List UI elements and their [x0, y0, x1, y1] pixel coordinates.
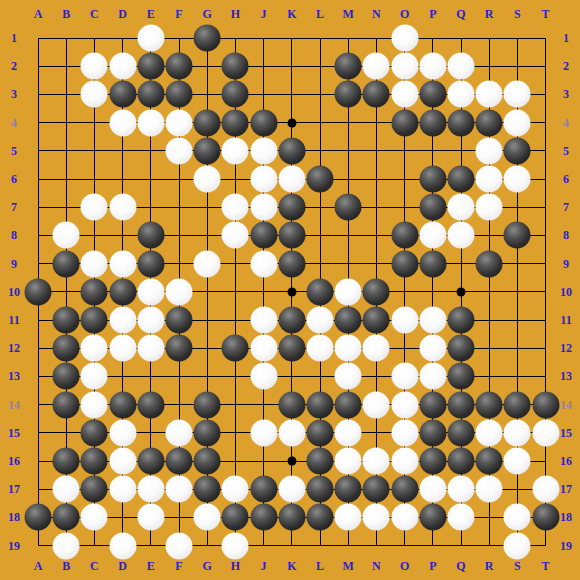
column-label-bottom-A: A: [34, 560, 43, 572]
black-stone-C17[interactable]: [81, 476, 108, 503]
white-stone-J13[interactable]: [250, 363, 277, 390]
white-stone-H8[interactable]: [222, 222, 249, 249]
row-label-left-18: 18: [8, 511, 20, 523]
row-label-left-15: 15: [8, 427, 20, 439]
black-stone-M2[interactable]: [335, 53, 362, 80]
black-stone-E8[interactable]: [137, 222, 164, 249]
row-label-left-4: 4: [11, 117, 17, 129]
hoshi-star-point: [287, 287, 296, 296]
column-label-top-R: R: [485, 8, 494, 20]
black-stone-O4[interactable]: [391, 109, 418, 136]
black-stone-P4[interactable]: [419, 109, 446, 136]
white-stone-G6[interactable]: [194, 166, 221, 193]
row-label-right-2: 2: [563, 60, 569, 72]
white-stone-C12[interactable]: [81, 335, 108, 362]
row-label-right-14: 14: [560, 399, 572, 411]
white-stone-T17[interactable]: [532, 476, 559, 503]
white-stone-P2[interactable]: [419, 53, 446, 80]
row-label-right-15: 15: [560, 427, 572, 439]
column-label-bottom-L: L: [316, 560, 324, 572]
black-stone-H3[interactable]: [222, 81, 249, 108]
row-label-right-5: 5: [563, 145, 569, 157]
column-label-top-S: S: [514, 8, 521, 20]
white-stone-E11[interactable]: [137, 307, 164, 334]
row-label-left-5: 5: [11, 145, 17, 157]
black-stone-H2[interactable]: [222, 53, 249, 80]
white-stone-D16[interactable]: [109, 448, 136, 475]
black-stone-B18[interactable]: [53, 504, 80, 531]
column-label-top-H: H: [231, 8, 240, 20]
black-stone-H12[interactable]: [222, 335, 249, 362]
black-stone-Q14[interactable]: [448, 391, 475, 418]
black-stone-C16[interactable]: [81, 448, 108, 475]
black-stone-G16[interactable]: [194, 448, 221, 475]
black-stone-P6[interactable]: [419, 166, 446, 193]
black-stone-R14[interactable]: [476, 391, 503, 418]
black-stone-O8[interactable]: [391, 222, 418, 249]
black-stone-E16[interactable]: [137, 448, 164, 475]
white-stone-B17[interactable]: [53, 476, 80, 503]
white-stone-F17[interactable]: [166, 476, 193, 503]
black-stone-F12[interactable]: [166, 335, 193, 362]
white-stone-R3[interactable]: [476, 81, 503, 108]
column-label-bottom-J: J: [261, 560, 267, 572]
black-stone-K8[interactable]: [278, 222, 305, 249]
white-stone-O14[interactable]: [391, 391, 418, 418]
column-label-top-F: F: [175, 8, 182, 20]
row-label-right-8: 8: [563, 229, 569, 241]
white-stone-R6[interactable]: [476, 166, 503, 193]
white-stone-R7[interactable]: [476, 194, 503, 221]
white-stone-M12[interactable]: [335, 335, 362, 362]
black-stone-D3[interactable]: [109, 81, 136, 108]
black-stone-Q6[interactable]: [448, 166, 475, 193]
column-label-bottom-C: C: [90, 560, 99, 572]
black-stone-G4[interactable]: [194, 109, 221, 136]
black-stone-M3[interactable]: [335, 81, 362, 108]
black-stone-Q4[interactable]: [448, 109, 475, 136]
white-stone-M15[interactable]: [335, 419, 362, 446]
black-stone-A18[interactable]: [25, 504, 52, 531]
white-stone-J6[interactable]: [250, 166, 277, 193]
black-stone-A10[interactable]: [25, 278, 52, 305]
row-label-right-11: 11: [560, 314, 571, 326]
white-stone-H19[interactable]: [222, 532, 249, 559]
white-stone-J15[interactable]: [250, 419, 277, 446]
row-label-right-16: 16: [560, 455, 572, 467]
column-label-bottom-Q: Q: [456, 560, 465, 572]
white-stone-D7[interactable]: [109, 194, 136, 221]
black-stone-G1[interactable]: [194, 25, 221, 52]
column-label-bottom-N: N: [372, 560, 381, 572]
column-label-bottom-T: T: [542, 560, 550, 572]
column-label-top-M: M: [343, 8, 354, 20]
white-stone-C3[interactable]: [81, 81, 108, 108]
white-stone-S18[interactable]: [504, 504, 531, 531]
white-stone-E18[interactable]: [137, 504, 164, 531]
row-label-left-16: 16: [8, 455, 20, 467]
black-stone-E9[interactable]: [137, 250, 164, 277]
white-stone-D4[interactable]: [109, 109, 136, 136]
white-stone-S16[interactable]: [504, 448, 531, 475]
row-label-left-19: 19: [8, 540, 20, 552]
white-stone-C13[interactable]: [81, 363, 108, 390]
white-stone-F19[interactable]: [166, 532, 193, 559]
column-label-bottom-D: D: [118, 560, 127, 572]
white-stone-R5[interactable]: [476, 137, 503, 164]
black-stone-R16[interactable]: [476, 448, 503, 475]
black-stone-C10[interactable]: [81, 278, 108, 305]
black-stone-K14[interactable]: [278, 391, 305, 418]
row-label-right-9: 9: [563, 258, 569, 270]
white-stone-L12[interactable]: [307, 335, 334, 362]
black-stone-C11[interactable]: [81, 307, 108, 334]
white-stone-F10[interactable]: [166, 278, 193, 305]
white-stone-D12[interactable]: [109, 335, 136, 362]
white-stone-O13[interactable]: [391, 363, 418, 390]
white-stone-Q2[interactable]: [448, 53, 475, 80]
black-stone-P9[interactable]: [419, 250, 446, 277]
black-stone-J4[interactable]: [250, 109, 277, 136]
white-stone-M16[interactable]: [335, 448, 362, 475]
white-stone-Q17[interactable]: [448, 476, 475, 503]
black-stone-S14[interactable]: [504, 391, 531, 418]
black-stone-Q13[interactable]: [448, 363, 475, 390]
black-stone-F3[interactable]: [166, 81, 193, 108]
white-stone-E4[interactable]: [137, 109, 164, 136]
black-stone-M14[interactable]: [335, 391, 362, 418]
white-stone-L11[interactable]: [307, 307, 334, 334]
row-label-right-1: 1: [563, 32, 569, 44]
column-label-bottom-E: E: [147, 560, 155, 572]
hoshi-star-point: [287, 457, 296, 466]
black-stone-L10[interactable]: [307, 278, 334, 305]
black-stone-N3[interactable]: [363, 81, 390, 108]
black-stone-L17[interactable]: [307, 476, 334, 503]
white-stone-E10[interactable]: [137, 278, 164, 305]
black-stone-G15[interactable]: [194, 419, 221, 446]
black-stone-Q15[interactable]: [448, 419, 475, 446]
go-board: AABBCCDDEEFFGGHHJJKKLLMMNNOOPPQQRRSSTT11…: [0, 0, 580, 580]
white-stone-H7[interactable]: [222, 194, 249, 221]
white-stone-P8[interactable]: [419, 222, 446, 249]
black-stone-N11[interactable]: [363, 307, 390, 334]
white-stone-B19[interactable]: [53, 532, 80, 559]
row-label-right-6: 6: [563, 173, 569, 185]
column-label-top-O: O: [400, 8, 409, 20]
white-stone-E17[interactable]: [137, 476, 164, 503]
white-stone-O11[interactable]: [391, 307, 418, 334]
row-label-left-9: 9: [11, 258, 17, 270]
black-stone-F16[interactable]: [166, 448, 193, 475]
black-stone-K9[interactable]: [278, 250, 305, 277]
column-label-top-B: B: [62, 8, 70, 20]
black-stone-B9[interactable]: [53, 250, 80, 277]
black-stone-S5[interactable]: [504, 137, 531, 164]
column-label-top-N: N: [372, 8, 381, 20]
white-stone-S4[interactable]: [504, 109, 531, 136]
white-stone-O16[interactable]: [391, 448, 418, 475]
white-stone-R15[interactable]: [476, 419, 503, 446]
black-stone-G5[interactable]: [194, 137, 221, 164]
row-label-left-14: 14: [8, 399, 20, 411]
hoshi-star-point: [287, 118, 296, 127]
white-stone-H17[interactable]: [222, 476, 249, 503]
column-label-bottom-G: G: [203, 560, 212, 572]
black-stone-B12[interactable]: [53, 335, 80, 362]
black-stone-M17[interactable]: [335, 476, 362, 503]
black-stone-J18[interactable]: [250, 504, 277, 531]
column-label-top-T: T: [542, 8, 550, 20]
black-stone-B14[interactable]: [53, 391, 80, 418]
hoshi-star-point: [457, 287, 466, 296]
white-stone-G9[interactable]: [194, 250, 221, 277]
black-stone-R9[interactable]: [476, 250, 503, 277]
white-stone-O15[interactable]: [391, 419, 418, 446]
row-label-right-17: 17: [560, 483, 572, 495]
white-stone-F5[interactable]: [166, 137, 193, 164]
white-stone-D19[interactable]: [109, 532, 136, 559]
row-label-left-12: 12: [8, 342, 20, 354]
column-label-top-J: J: [261, 8, 267, 20]
white-stone-O2[interactable]: [391, 53, 418, 80]
black-stone-K18[interactable]: [278, 504, 305, 531]
row-label-left-8: 8: [11, 229, 17, 241]
black-stone-F2[interactable]: [166, 53, 193, 80]
row-label-right-18: 18: [560, 511, 572, 523]
row-label-right-10: 10: [560, 286, 572, 298]
row-label-left-10: 10: [8, 286, 20, 298]
row-label-left-3: 3: [11, 88, 17, 100]
column-label-top-K: K: [287, 8, 296, 20]
row-label-right-19: 19: [560, 540, 572, 552]
white-stone-C9[interactable]: [81, 250, 108, 277]
white-stone-D17[interactable]: [109, 476, 136, 503]
white-stone-H5[interactable]: [222, 137, 249, 164]
black-stone-L16[interactable]: [307, 448, 334, 475]
white-stone-G18[interactable]: [194, 504, 221, 531]
black-stone-B13[interactable]: [53, 363, 80, 390]
white-stone-F15[interactable]: [166, 419, 193, 446]
column-label-top-Q: Q: [456, 8, 465, 20]
black-stone-L18[interactable]: [307, 504, 334, 531]
black-stone-E14[interactable]: [137, 391, 164, 418]
column-label-top-A: A: [34, 8, 43, 20]
column-label-top-C: C: [90, 8, 99, 20]
black-stone-F11[interactable]: [166, 307, 193, 334]
white-stone-J7[interactable]: [250, 194, 277, 221]
black-stone-K12[interactable]: [278, 335, 305, 362]
row-label-right-12: 12: [560, 342, 572, 354]
white-stone-S3[interactable]: [504, 81, 531, 108]
white-stone-D11[interactable]: [109, 307, 136, 334]
black-stone-E2[interactable]: [137, 53, 164, 80]
column-label-bottom-F: F: [175, 560, 182, 572]
column-label-bottom-S: S: [514, 560, 521, 572]
white-stone-J11[interactable]: [250, 307, 277, 334]
row-label-right-3: 3: [563, 88, 569, 100]
white-stone-B8[interactable]: [53, 222, 80, 249]
black-stone-M11[interactable]: [335, 307, 362, 334]
black-stone-K11[interactable]: [278, 307, 305, 334]
white-stone-S6[interactable]: [504, 166, 531, 193]
black-stone-Q16[interactable]: [448, 448, 475, 475]
white-stone-F4[interactable]: [166, 109, 193, 136]
column-label-bottom-K: K: [287, 560, 296, 572]
column-label-bottom-R: R: [485, 560, 494, 572]
row-label-left-1: 1: [11, 32, 17, 44]
column-label-bottom-B: B: [62, 560, 70, 572]
white-stone-S19[interactable]: [504, 532, 531, 559]
white-stone-N18[interactable]: [363, 504, 390, 531]
white-stone-Q8[interactable]: [448, 222, 475, 249]
black-stone-D14[interactable]: [109, 391, 136, 418]
white-stone-K15[interactable]: [278, 419, 305, 446]
white-stone-C2[interactable]: [81, 53, 108, 80]
black-stone-M7[interactable]: [335, 194, 362, 221]
row-label-left-2: 2: [11, 60, 17, 72]
black-stone-K7[interactable]: [278, 194, 305, 221]
black-stone-G14[interactable]: [194, 391, 221, 418]
white-stone-M18[interactable]: [335, 504, 362, 531]
black-stone-P14[interactable]: [419, 391, 446, 418]
black-stone-C15[interactable]: [81, 419, 108, 446]
white-stone-D15[interactable]: [109, 419, 136, 446]
white-stone-Q7[interactable]: [448, 194, 475, 221]
black-stone-H4[interactable]: [222, 109, 249, 136]
white-stone-P17[interactable]: [419, 476, 446, 503]
black-stone-H18[interactable]: [222, 504, 249, 531]
black-stone-E3[interactable]: [137, 81, 164, 108]
white-stone-K6[interactable]: [278, 166, 305, 193]
white-stone-J12[interactable]: [250, 335, 277, 362]
white-stone-E12[interactable]: [137, 335, 164, 362]
column-label-bottom-P: P: [429, 560, 436, 572]
white-stone-N2[interactable]: [363, 53, 390, 80]
white-stone-S15[interactable]: [504, 419, 531, 446]
white-stone-K17[interactable]: [278, 476, 305, 503]
black-stone-D10[interactable]: [109, 278, 136, 305]
black-stone-P18[interactable]: [419, 504, 446, 531]
column-label-top-P: P: [429, 8, 436, 20]
white-stone-C7[interactable]: [81, 194, 108, 221]
row-label-left-17: 17: [8, 483, 20, 495]
white-stone-D2[interactable]: [109, 53, 136, 80]
white-stone-Q18[interactable]: [448, 504, 475, 531]
black-stone-L14[interactable]: [307, 391, 334, 418]
white-stone-O1[interactable]: [391, 25, 418, 52]
row-label-left-6: 6: [11, 173, 17, 185]
column-label-top-L: L: [316, 8, 324, 20]
white-stone-P11[interactable]: [419, 307, 446, 334]
black-stone-P3[interactable]: [419, 81, 446, 108]
black-stone-Q12[interactable]: [448, 335, 475, 362]
white-stone-J9[interactable]: [250, 250, 277, 277]
black-stone-P7[interactable]: [419, 194, 446, 221]
white-stone-P13[interactable]: [419, 363, 446, 390]
black-stone-T14[interactable]: [532, 391, 559, 418]
black-stone-L6[interactable]: [307, 166, 334, 193]
white-stone-R17[interactable]: [476, 476, 503, 503]
black-stone-K5[interactable]: [278, 137, 305, 164]
column-label-top-E: E: [147, 8, 155, 20]
white-stone-J5[interactable]: [250, 137, 277, 164]
row-label-right-7: 7: [563, 201, 569, 213]
white-stone-E1[interactable]: [137, 25, 164, 52]
black-stone-R4[interactable]: [476, 109, 503, 136]
row-label-left-7: 7: [11, 201, 17, 213]
grid-line-vertical: [545, 38, 546, 547]
black-stone-N17[interactable]: [363, 476, 390, 503]
black-stone-P16[interactable]: [419, 448, 446, 475]
row-label-left-13: 13: [8, 370, 20, 382]
black-stone-Q11[interactable]: [448, 307, 475, 334]
black-stone-T18[interactable]: [532, 504, 559, 531]
column-label-bottom-H: H: [231, 560, 240, 572]
black-stone-S8[interactable]: [504, 222, 531, 249]
column-label-top-G: G: [203, 8, 212, 20]
white-stone-N12[interactable]: [363, 335, 390, 362]
black-stone-B11[interactable]: [53, 307, 80, 334]
white-stone-M13[interactable]: [335, 363, 362, 390]
column-label-bottom-M: M: [343, 560, 354, 572]
black-stone-O17[interactable]: [391, 476, 418, 503]
white-stone-N14[interactable]: [363, 391, 390, 418]
black-stone-O9[interactable]: [391, 250, 418, 277]
row-label-left-11: 11: [8, 314, 19, 326]
white-stone-M10[interactable]: [335, 278, 362, 305]
white-stone-O3[interactable]: [391, 81, 418, 108]
row-label-right-4: 4: [563, 117, 569, 129]
white-stone-N16[interactable]: [363, 448, 390, 475]
white-stone-P12[interactable]: [419, 335, 446, 362]
column-label-top-D: D: [118, 8, 127, 20]
black-stone-L15[interactable]: [307, 419, 334, 446]
white-stone-C18[interactable]: [81, 504, 108, 531]
white-stone-Q3[interactable]: [448, 81, 475, 108]
black-stone-G17[interactable]: [194, 476, 221, 503]
white-stone-O18[interactable]: [391, 504, 418, 531]
black-stone-P15[interactable]: [419, 419, 446, 446]
black-stone-B16[interactable]: [53, 448, 80, 475]
black-stone-J17[interactable]: [250, 476, 277, 503]
black-stone-J8[interactable]: [250, 222, 277, 249]
row-label-right-13: 13: [560, 370, 572, 382]
black-stone-N10[interactable]: [363, 278, 390, 305]
white-stone-T15[interactable]: [532, 419, 559, 446]
white-stone-D9[interactable]: [109, 250, 136, 277]
white-stone-C14[interactable]: [81, 391, 108, 418]
column-label-bottom-O: O: [400, 560, 409, 572]
